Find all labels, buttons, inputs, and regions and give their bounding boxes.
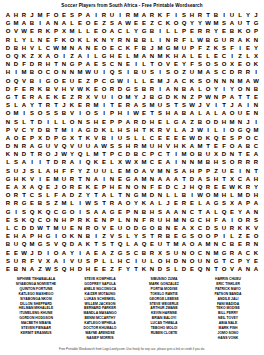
- grid-cell: F: [220, 142, 228, 150]
- grid-cell: S: [116, 142, 124, 150]
- grid-cell: B: [28, 68, 36, 76]
- grid-cell: V: [108, 232, 116, 240]
- grid-cell: A: [188, 142, 196, 150]
- grid-cell: U: [140, 257, 148, 265]
- grid-cell: A: [220, 216, 228, 224]
- grid-cell: K: [92, 36, 100, 44]
- grid-cell: I: [36, 175, 44, 183]
- grid-cell: D: [76, 265, 84, 273]
- grid-cell: A: [36, 93, 44, 101]
- grid-cell: N: [68, 68, 76, 76]
- grid-cell: L: [28, 36, 36, 44]
- grid-cell: B: [204, 158, 212, 166]
- grid-cell: T: [212, 265, 220, 273]
- grid-cell: C: [116, 44, 124, 52]
- grid-cell: G: [236, 126, 244, 134]
- grid-cell: H: [172, 142, 180, 150]
- grid-cell: H: [116, 109, 124, 117]
- grid-cell: X: [84, 93, 92, 101]
- grid-cell: U: [100, 93, 108, 101]
- grid-cell: P: [108, 117, 116, 125]
- grid-cell: B: [84, 232, 92, 240]
- grid-cell: I: [220, 11, 228, 19]
- grid-cell: G: [212, 257, 220, 265]
- grid-cell: S: [212, 68, 220, 76]
- grid-cell: H: [108, 183, 116, 191]
- grid-cell: L: [36, 44, 44, 52]
- grid-cell: K: [164, 52, 172, 60]
- grid-cell: R: [252, 158, 260, 166]
- grid-cell: N: [36, 36, 44, 44]
- grid-cell: M: [180, 150, 188, 158]
- grid-cell: K: [148, 126, 156, 134]
- grid-cell: X: [252, 52, 260, 60]
- grid-cell: S: [220, 19, 228, 27]
- grid-cell: M: [52, 175, 60, 183]
- grid-cell: L: [68, 19, 76, 27]
- grid-cell: V: [68, 257, 76, 265]
- grid-cell: C: [108, 60, 116, 68]
- grid-cell: E: [60, 93, 68, 101]
- grid-cell: W: [196, 126, 204, 134]
- grid-cell: Q: [220, 208, 228, 216]
- grid-cell: F: [196, 44, 204, 52]
- grid-cell: O: [236, 85, 244, 93]
- grid-cell: N: [164, 36, 172, 44]
- grid-cell: E: [44, 183, 52, 191]
- grid-cell: N: [236, 117, 244, 125]
- grid-cell: K: [84, 85, 92, 93]
- grid-cell: E: [108, 224, 116, 232]
- grid-cell: V: [68, 142, 76, 150]
- grid-cell: N: [204, 248, 212, 256]
- grid-cell: C: [172, 183, 180, 191]
- grid-cell: T: [108, 101, 116, 109]
- grid-cell: E: [92, 44, 100, 52]
- grid-cell: B: [140, 36, 148, 44]
- grid-cell: D: [188, 175, 196, 183]
- grid-cell: A: [180, 126, 188, 134]
- grid-cell: X: [228, 175, 236, 183]
- grid-cell: R: [180, 199, 188, 207]
- grid-cell: D: [156, 265, 164, 273]
- grid-cell: E: [100, 158, 108, 166]
- grid-cell: O: [36, 68, 44, 76]
- grid-cell: E: [28, 27, 36, 35]
- grid-cell: E: [60, 11, 68, 19]
- grid-cell: G: [108, 77, 116, 85]
- grid-cell: E: [116, 167, 124, 175]
- grid-cell: D: [36, 248, 44, 256]
- grid-cell: C: [44, 44, 52, 52]
- grid-cell: R: [116, 36, 124, 44]
- grid-cell: R: [68, 183, 76, 191]
- grid-cell: J: [52, 150, 60, 158]
- grid-cell: U: [76, 142, 84, 150]
- grid-cell: N: [60, 68, 68, 76]
- grid-cell: H: [84, 265, 92, 273]
- grid-cell: L: [44, 191, 52, 199]
- grid-cell: M: [60, 199, 68, 207]
- grid-cell: N: [76, 117, 84, 125]
- grid-cell: F: [28, 257, 36, 265]
- grid-cell: H: [188, 167, 196, 175]
- grid-cell: B: [204, 36, 212, 44]
- grid-cell: E: [220, 183, 228, 191]
- grid-cell: B: [140, 44, 148, 52]
- grid-cell: R: [148, 85, 156, 93]
- grid-cell: P: [52, 27, 60, 35]
- grid-cell: A: [76, 126, 84, 134]
- grid-cell: A: [180, 52, 188, 60]
- grid-cell: O: [244, 27, 252, 35]
- grid-cell: R: [4, 36, 12, 44]
- grid-cell: L: [148, 257, 156, 265]
- grid-cell: J: [164, 77, 172, 85]
- grid-cell: T: [204, 11, 212, 19]
- grid-cell: M: [28, 240, 36, 248]
- grid-cell: V: [12, 126, 20, 134]
- grid-cell: A: [52, 257, 60, 265]
- grid-cell: S: [12, 216, 20, 224]
- grid-cell: I: [132, 257, 140, 265]
- grid-cell: E: [156, 158, 164, 166]
- grid-cell: A: [76, 44, 84, 52]
- grid-cell: R: [228, 224, 236, 232]
- grid-cell: S: [132, 85, 140, 93]
- grid-cell: J: [148, 44, 156, 52]
- grid-cell: L: [108, 257, 116, 265]
- grid-cell: G: [180, 232, 188, 240]
- grid-cell: H: [116, 257, 124, 265]
- grid-cell: L: [156, 199, 164, 207]
- footer-credit: Free Printable Wordsearch from LogicLove…: [0, 347, 264, 351]
- grid-cell: T: [220, 257, 228, 265]
- grid-cell: N: [252, 101, 260, 109]
- grid-cell: S: [252, 216, 260, 224]
- grid-cell: N: [164, 224, 172, 232]
- grid-cell: N: [180, 248, 188, 256]
- grid-cell: S: [116, 68, 124, 76]
- grid-cell: K: [212, 44, 220, 52]
- grid-cell: R: [28, 93, 36, 101]
- grid-cell: T: [132, 265, 140, 273]
- grid-cell: R: [36, 150, 44, 158]
- grid-cell: M: [196, 158, 204, 166]
- grid-cell: O: [204, 60, 212, 68]
- grid-cell: E: [92, 60, 100, 68]
- grid-cell: A: [68, 158, 76, 166]
- grid-cell: F: [228, 44, 236, 52]
- grid-cell: M: [36, 11, 44, 19]
- grid-cell: E: [76, 183, 84, 191]
- grid-cell: Y: [28, 101, 36, 109]
- grid-cell: E: [220, 134, 228, 142]
- grid-cell: N: [212, 240, 220, 248]
- grid-cell: H: [220, 191, 228, 199]
- grid-cell: E: [4, 248, 12, 256]
- grid-cell: G: [100, 52, 108, 60]
- grid-cell: K: [84, 134, 92, 142]
- grid-cell: T: [252, 167, 260, 175]
- grid-cell: I: [132, 60, 140, 68]
- grid-cell: D: [116, 85, 124, 93]
- grid-cell: E: [172, 224, 180, 232]
- grid-cell: K: [84, 240, 92, 248]
- grid-cell: L: [212, 126, 220, 134]
- grid-cell: A: [204, 208, 212, 216]
- grid-cell: P: [76, 60, 84, 68]
- grid-cell: L: [164, 27, 172, 35]
- grid-cell: S: [196, 77, 204, 85]
- grid-cell: B: [244, 142, 252, 150]
- grid-cell: M: [132, 52, 140, 60]
- grid-cell: N: [132, 216, 140, 224]
- grid-cell: K: [20, 216, 28, 224]
- grid-cell: R: [228, 248, 236, 256]
- grid-cell: N: [76, 232, 84, 240]
- grid-cell: G: [60, 208, 68, 216]
- grid-cell: O: [228, 109, 236, 117]
- grid-cell: N: [124, 191, 132, 199]
- grid-cell: A: [204, 68, 212, 76]
- grid-cell: B: [12, 265, 20, 273]
- grid-cell: C: [36, 216, 44, 224]
- grid-cell: M: [124, 93, 132, 101]
- word-column: SIPHIWE TSHABALALASIYABONGA NOMVETHEQUIN…: [6, 277, 66, 341]
- grid-cell: H: [220, 117, 228, 125]
- grid-cell: U: [92, 68, 100, 76]
- grid-cell: L: [228, 191, 236, 199]
- grid-cell: A: [236, 101, 244, 109]
- grid-cell: N: [124, 183, 132, 191]
- grid-cell: G: [60, 134, 68, 142]
- grid-cell: S: [220, 44, 228, 52]
- grid-cell: R: [108, 199, 116, 207]
- grid-cell: Y: [252, 183, 260, 191]
- grid-cell: I: [236, 44, 244, 52]
- grid-cell: N: [180, 93, 188, 101]
- grid-cell: R: [148, 216, 156, 224]
- grid-cell: O: [244, 60, 252, 68]
- grid-cell: A: [148, 199, 156, 207]
- grid-cell: M: [20, 68, 28, 76]
- grid-cell: Z: [52, 199, 60, 207]
- grid-cell: H: [60, 85, 68, 93]
- grid-cell: O: [188, 240, 196, 248]
- grid-cell: U: [220, 224, 228, 232]
- grid-cell: Q: [84, 158, 92, 166]
- grid-cell: A: [236, 199, 244, 207]
- grid-cell: T: [164, 150, 172, 158]
- grid-cell: Y: [20, 36, 28, 44]
- grid-cell: R: [12, 199, 20, 207]
- grid-cell: S: [220, 199, 228, 207]
- grid-cell: C: [228, 257, 236, 265]
- grid-cell: T: [180, 175, 188, 183]
- grid-cell: B: [140, 248, 148, 256]
- grid-cell: A: [132, 101, 140, 109]
- grid-cell: A: [84, 11, 92, 19]
- grid-cell: Y: [228, 85, 236, 93]
- grid-cell: O: [100, 27, 108, 35]
- grid-cell: N: [244, 265, 252, 273]
- grid-cell: G: [124, 85, 132, 93]
- grid-cell: L: [108, 167, 116, 175]
- grid-cell: W: [196, 191, 204, 199]
- grid-cell: I: [108, 93, 116, 101]
- grid-cell: W: [84, 199, 92, 207]
- grid-cell: A: [156, 175, 164, 183]
- grid-cell: Z: [188, 93, 196, 101]
- grid-cell: E: [68, 224, 76, 232]
- grid-cell: S: [180, 101, 188, 109]
- grid-cell: N: [124, 216, 132, 224]
- grid-cell: X: [20, 183, 28, 191]
- grid-cell: D: [140, 117, 148, 125]
- grid-cell: E: [188, 199, 196, 207]
- grid-cell: E: [100, 265, 108, 273]
- grid-cell: Y: [28, 126, 36, 134]
- grid-cell: A: [132, 240, 140, 248]
- grid-cell: O: [124, 224, 132, 232]
- grid-cell: S: [4, 257, 12, 265]
- grid-cell: K: [172, 93, 180, 101]
- grid-cell: R: [196, 11, 204, 19]
- grid-cell: A: [92, 208, 100, 216]
- grid-cell: H: [204, 216, 212, 224]
- grid-cell: A: [100, 208, 108, 216]
- grid-cell: K: [36, 85, 44, 93]
- grid-cell: E: [252, 93, 260, 101]
- grid-cell: E: [4, 183, 12, 191]
- grid-cell: F: [116, 265, 124, 273]
- grid-cell: S: [28, 109, 36, 117]
- grid-cell: O: [228, 126, 236, 134]
- grid-cell: N: [164, 167, 172, 175]
- grid-cell: P: [180, 27, 188, 35]
- grid-cell: U: [188, 68, 196, 76]
- grid-cell: S: [12, 158, 20, 166]
- grid-cell: A: [180, 117, 188, 125]
- grid-cell: J: [252, 11, 260, 19]
- grid-cell: P: [196, 167, 204, 175]
- grid-cell: T: [52, 101, 60, 109]
- grid-cell: H: [188, 11, 196, 19]
- grid-cell: I: [60, 52, 68, 60]
- grid-cell: E: [244, 44, 252, 52]
- grid-cell: Q: [196, 265, 204, 273]
- grid-cell: K: [68, 101, 76, 109]
- grid-cell: T: [76, 175, 84, 183]
- grid-cell: E: [92, 27, 100, 35]
- grid-cell: L: [52, 117, 60, 125]
- grid-cell: N: [212, 77, 220, 85]
- grid-cell: Q: [180, 19, 188, 27]
- grid-cell: E: [140, 19, 148, 27]
- grid-cell: I: [12, 208, 20, 216]
- grid-cell: A: [124, 117, 132, 125]
- grid-cell: J: [196, 101, 204, 109]
- grid-cell: D: [124, 150, 132, 158]
- grid-cell: W: [44, 265, 52, 273]
- grid-cell: R: [4, 199, 12, 207]
- grid-cell: I: [228, 52, 236, 60]
- grid-cell: S: [92, 199, 100, 207]
- grid-cell: O: [228, 142, 236, 150]
- grid-cell: L: [124, 232, 132, 240]
- grid-cell: K: [4, 150, 12, 158]
- grid-cell: Y: [244, 11, 252, 19]
- grid-cell: O: [52, 52, 60, 60]
- grid-cell: H: [252, 191, 260, 199]
- grid-cell: T: [164, 240, 172, 248]
- grid-cell: G: [164, 44, 172, 52]
- grid-cell: P: [52, 134, 60, 142]
- word-item: HANS VONK: [198, 336, 258, 341]
- grid-cell: P: [212, 232, 220, 240]
- grid-cell: Y: [84, 191, 92, 199]
- grid-cell: K: [44, 27, 52, 35]
- grid-cell: D: [44, 134, 52, 142]
- grid-cell: H: [60, 216, 68, 224]
- grid-cell: U: [220, 36, 228, 44]
- grid-cell: D: [228, 68, 236, 76]
- grid-cell: K: [100, 126, 108, 134]
- grid-cell: B: [228, 27, 236, 35]
- grid-cell: I: [156, 36, 164, 44]
- grid-cell: Q: [60, 265, 68, 273]
- grid-cell: M: [60, 44, 68, 52]
- grid-cell: W: [228, 183, 236, 191]
- grid-cell: O: [204, 77, 212, 85]
- grid-cell: W: [100, 142, 108, 150]
- grid-cell: K: [252, 60, 260, 68]
- grid-cell: G: [124, 175, 132, 183]
- grid-cell: C: [196, 224, 204, 232]
- grid-cell: U: [156, 101, 164, 109]
- grid-cell: E: [124, 60, 132, 68]
- grid-cell: E: [116, 101, 124, 109]
- grid-cell: B: [140, 208, 148, 216]
- grid-cell: M: [172, 240, 180, 248]
- grid-cell: O: [100, 44, 108, 52]
- grid-cell: S: [164, 265, 172, 273]
- grid-cell: I: [76, 158, 84, 166]
- grid-cell: W: [188, 101, 196, 109]
- grid-cell: M: [172, 44, 180, 52]
- grid-cell: E: [92, 19, 100, 27]
- grid-cell: G: [188, 216, 196, 224]
- grid-cell: F: [188, 60, 196, 68]
- grid-cell: L: [196, 199, 204, 207]
- grid-cell: G: [44, 77, 52, 85]
- grid-cell: I: [44, 117, 52, 125]
- grid-cell: L: [132, 77, 140, 85]
- grid-cell: E: [20, 85, 28, 93]
- grid-cell: S: [204, 175, 212, 183]
- grid-cell: J: [140, 93, 148, 101]
- grid-cell: R: [20, 142, 28, 150]
- grid-cell: N: [228, 77, 236, 85]
- grid-cell: Y: [180, 60, 188, 68]
- grid-cell: N: [100, 36, 108, 44]
- grid-cell: S: [172, 167, 180, 175]
- grid-cell: O: [132, 167, 140, 175]
- grid-cell: M: [76, 68, 84, 76]
- grid-cell: E: [116, 52, 124, 60]
- grid-cell: Z: [180, 68, 188, 76]
